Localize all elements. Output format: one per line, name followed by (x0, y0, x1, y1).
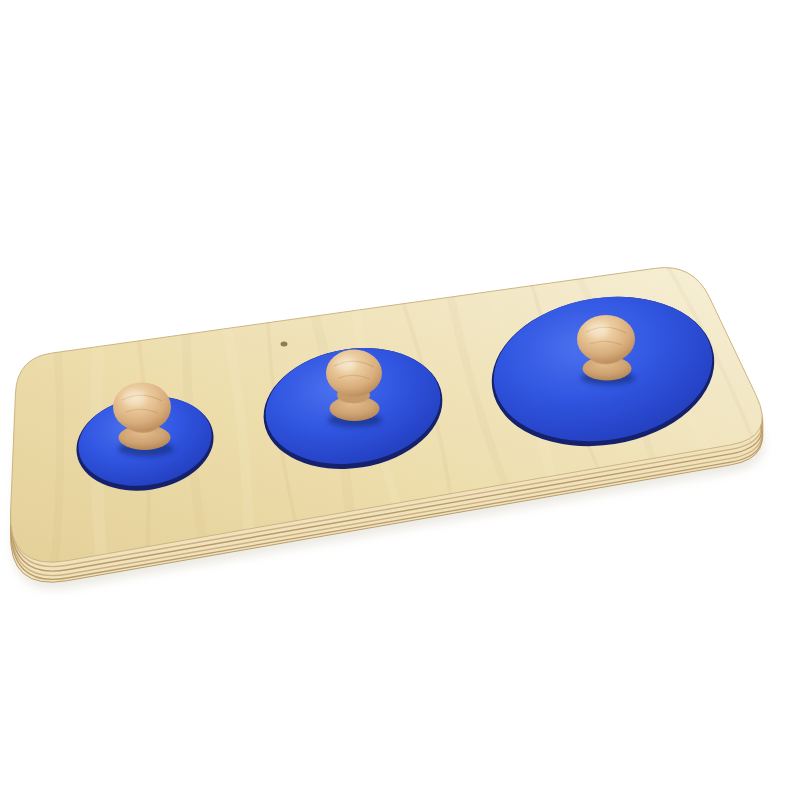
photo-stage (0, 0, 800, 800)
knob-highlight (335, 357, 357, 372)
knob-head (113, 383, 171, 432)
knob-highlight (122, 390, 146, 406)
wooden-knob-medium[interactable] (326, 350, 382, 422)
knob-highlight (587, 322, 610, 338)
wooden-knob-large[interactable] (577, 315, 635, 381)
wooden-knob-small[interactable] (113, 383, 171, 451)
wood-knot-speck (281, 342, 288, 347)
montessori-circle-puzzle-photo (0, 0, 800, 800)
knob-head (577, 315, 635, 363)
knob-head (326, 350, 382, 397)
